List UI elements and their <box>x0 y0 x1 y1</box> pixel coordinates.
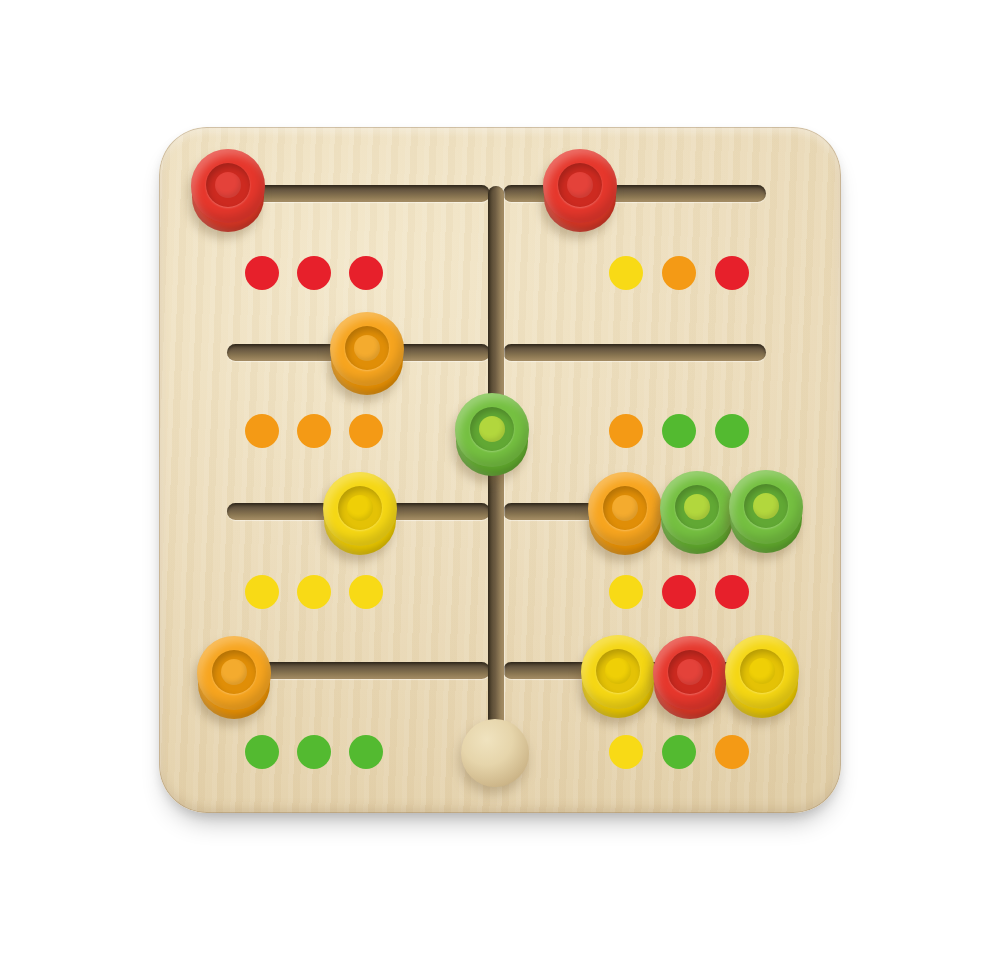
peg-green-right-3[interactable] <box>729 470 803 544</box>
peg-dimple <box>675 485 719 529</box>
peg-dimple-center <box>479 416 505 442</box>
peg-top-face <box>330 312 404 386</box>
target-dot-right-row2-2-green <box>662 414 696 448</box>
peg-dimple <box>668 650 712 694</box>
groove-left-1 <box>227 185 490 202</box>
target-dot-left-row2-3-orange <box>349 414 383 448</box>
peg-dimple-center <box>749 658 775 684</box>
target-dot-right-row3-3-red <box>715 575 749 609</box>
peg-dimple-center <box>221 659 247 685</box>
target-dot-left-row2-2-orange <box>297 414 331 448</box>
peg-dimple-center <box>347 495 373 521</box>
peg-red-left-1[interactable] <box>191 149 265 223</box>
target-dot-right-row4-3-orange <box>715 735 749 769</box>
peg-dimple-center <box>612 495 638 521</box>
peg-red-right-1[interactable] <box>543 149 617 223</box>
peg-dimple-center <box>684 494 710 520</box>
peg-top-face <box>197 636 271 710</box>
peg-dimple <box>596 649 640 693</box>
target-dot-left-row1-2-red <box>297 256 331 290</box>
target-dot-right-row1-3-red <box>715 256 749 290</box>
peg-dimple <box>603 486 647 530</box>
peg-top-face <box>653 636 727 710</box>
target-dot-right-row2-1-orange <box>609 414 643 448</box>
peg-dimple <box>744 484 788 528</box>
target-dot-left-row1-3-red <box>349 256 383 290</box>
groove-right-2 <box>503 344 766 361</box>
peg-top-face <box>455 393 529 467</box>
peg-dimple <box>558 163 602 207</box>
peg-dimple <box>338 486 382 530</box>
peg-dimple-center <box>354 335 380 361</box>
peg-green-right-3[interactable] <box>660 471 734 545</box>
peg-dimple-center <box>753 493 779 519</box>
target-dot-left-row3-3-yellow <box>349 575 383 609</box>
peg-dimple-center <box>677 659 703 685</box>
peg-top-face <box>191 149 265 223</box>
peg-orange-left-4[interactable] <box>197 636 271 710</box>
peg-dimple <box>740 649 784 693</box>
target-dot-left-row1-1-red <box>245 256 279 290</box>
target-dot-left-row4-2-green <box>297 735 331 769</box>
peg-dimple <box>470 407 514 451</box>
peg-yellow-right-4[interactable] <box>581 635 655 709</box>
peg-dimple <box>345 326 389 370</box>
target-dot-left-row4-3-green <box>349 735 383 769</box>
peg-orange-left-2[interactable] <box>330 312 404 386</box>
peg-dimple-center <box>567 172 593 198</box>
target-dot-right-row1-2-orange <box>662 256 696 290</box>
peg-dimple-center <box>215 172 241 198</box>
target-dot-left-row3-1-yellow <box>245 575 279 609</box>
target-dot-right-row3-1-yellow <box>609 575 643 609</box>
peg-top-face <box>660 471 734 545</box>
target-dot-left-row2-1-orange <box>245 414 279 448</box>
peg-top-face <box>543 149 617 223</box>
peg-top-face <box>323 472 397 546</box>
peg-top-face <box>581 635 655 709</box>
peg-top-face <box>588 472 662 546</box>
peg-dimple-center <box>605 658 631 684</box>
peg-top-face <box>729 470 803 544</box>
peg-top-face <box>725 635 799 709</box>
target-dot-right-row1-1-yellow <box>609 256 643 290</box>
peg-dimple <box>212 650 256 694</box>
peg-orange-right-3[interactable] <box>588 472 662 546</box>
target-dot-right-row2-3-green <box>715 414 749 448</box>
peg-yellow-left-3[interactable] <box>323 472 397 546</box>
wooden-ball[interactable] <box>461 719 529 787</box>
target-dot-right-row4-2-green <box>662 735 696 769</box>
peg-yellow-right-4[interactable] <box>725 635 799 709</box>
wooden-board <box>159 127 841 813</box>
target-dot-left-row3-2-yellow <box>297 575 331 609</box>
peg-red-right-4[interactable] <box>653 636 727 710</box>
target-dot-right-row3-2-red <box>662 575 696 609</box>
target-dot-right-row4-1-yellow <box>609 735 643 769</box>
peg-green-center-vertical[interactable] <box>455 393 529 467</box>
target-dot-left-row4-1-green <box>245 735 279 769</box>
peg-dimple <box>206 163 250 207</box>
